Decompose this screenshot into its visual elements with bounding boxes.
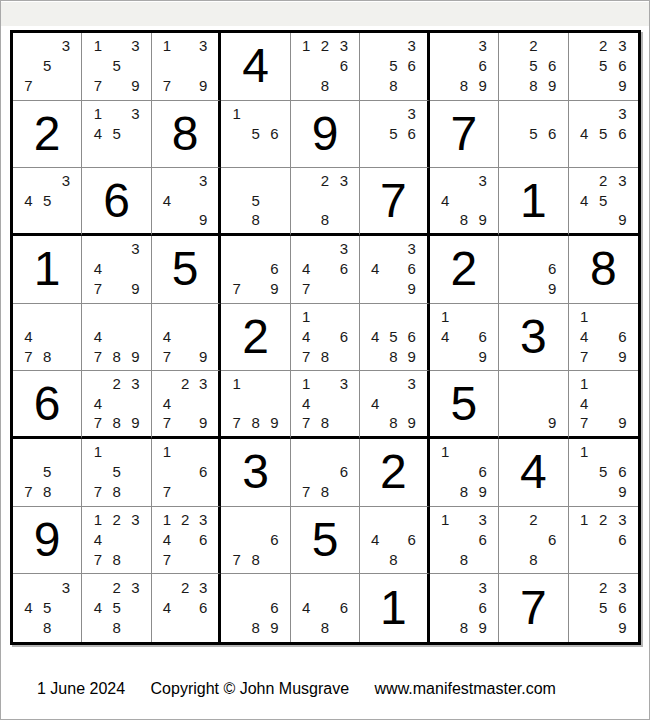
pencil-mark-slot-6: 6 (403, 259, 421, 279)
pencil-mark-slot-2 (176, 36, 194, 56)
pencil-mark-slot-3: 3 (613, 104, 632, 124)
pencil-mark-slot-6: 6 (334, 259, 353, 279)
pencil-mark-slot-8 (594, 143, 613, 163)
pencil-mark-slot-1 (297, 239, 316, 259)
pencil-mark-slot-3 (57, 307, 76, 327)
pencil-mark-slot-5 (454, 327, 473, 347)
pencil-marks: 3469 (360, 236, 426, 303)
cell-digit: 7 (451, 110, 478, 158)
pencil-mark-slot-7 (505, 143, 524, 163)
cell-r4c1: 1 (13, 236, 82, 304)
pencil-mark-slot-9: 9 (265, 618, 284, 638)
pencil-mark-slot-7: 7 (88, 549, 107, 569)
pencil-mark-slot-7 (436, 482, 455, 502)
pencil-mark-slot-4: 4 (158, 191, 176, 210)
pencil-mark-slot-9: 9 (473, 76, 492, 96)
pencil-marks: 9 (499, 371, 567, 436)
pencil-mark-slot-8: 8 (246, 413, 265, 432)
cell-r8c9: 1236 (569, 507, 638, 575)
pencil-mark-slot-1 (88, 239, 107, 259)
pencil-mark-slot-2 (316, 577, 335, 597)
pencil-mark-slot-4 (227, 394, 246, 413)
pencil-marks: 23569 (569, 33, 638, 100)
cell-r8c6: 468 (360, 507, 429, 575)
pencil-mark-slot-7: 7 (158, 346, 176, 366)
cell-r6c9: 1479 (569, 371, 638, 439)
pencil-marks: 356 (360, 101, 426, 168)
pencil-mark-slot-2 (107, 307, 126, 327)
pencil-mark-slot-3 (543, 239, 562, 259)
pencil-mark-slot-5 (454, 191, 473, 210)
pencil-mark-slot-9 (334, 618, 353, 638)
pencil-marks: 1469 (430, 304, 498, 371)
cell-r1c3: 1379 (152, 33, 221, 101)
pencil-marks: 1569 (569, 439, 638, 506)
pencil-marks: 156 (221, 101, 289, 168)
pencil-marks: 14679 (569, 304, 638, 371)
cell-r2c8: 56 (499, 101, 568, 169)
pencil-marks: 1368 (430, 507, 498, 574)
pencil-mark-slot-9: 9 (403, 346, 421, 366)
pencil-mark-slot-6: 6 (473, 56, 492, 76)
cell-r3c4: 58 (221, 168, 290, 236)
pencil-mark-slot-3 (403, 510, 421, 530)
cell-r8c2: 123478 (82, 507, 151, 575)
pencil-mark-slot-8: 8 (316, 618, 335, 638)
pencil-mark-slot-7: 7 (297, 482, 316, 502)
pencil-mark-slot-2 (454, 577, 473, 597)
pencil-mark-slot-4: 4 (366, 394, 384, 413)
cell-r2c1: 2 (13, 101, 82, 169)
pencil-mark-slot-1 (158, 577, 176, 597)
pencil-mark-slot-8: 8 (454, 482, 473, 502)
pencil-mark-slot-6: 6 (334, 327, 353, 347)
cell-r3c9: 23459 (569, 168, 638, 236)
top-margin-band (1, 2, 649, 26)
pencil-mark-slot-8 (176, 346, 194, 366)
pencil-marks: 14678 (291, 304, 359, 371)
pencil-mark-slot-2: 2 (176, 374, 194, 393)
pencil-mark-slot-8: 8 (384, 549, 402, 569)
pencil-mark-slot-9: 9 (126, 346, 145, 366)
pencil-mark-slot-3: 3 (126, 36, 145, 56)
pencil-mark-slot-7 (436, 346, 455, 366)
pencil-mark-slot-9 (194, 549, 212, 569)
pencil-mark-slot-5 (594, 327, 613, 347)
pencil-marks: 1578 (82, 439, 150, 506)
pencil-mark-slot-2 (107, 104, 126, 124)
pencil-mark-slot-4 (297, 191, 316, 210)
pencil-marks: 479 (152, 304, 218, 371)
pencil-marks: 69 (499, 236, 567, 303)
pencil-mark-slot-6 (57, 56, 76, 76)
pencil-mark-slot-4 (366, 124, 384, 144)
pencil-mark-slot-3: 3 (126, 374, 145, 393)
pencil-mark-slot-5 (316, 56, 335, 76)
pencil-mark-slot-8: 8 (246, 618, 265, 638)
pencil-mark-slot-9 (473, 549, 492, 569)
pencil-mark-slot-8: 8 (107, 413, 126, 432)
pencil-mark-slot-5 (316, 259, 335, 279)
pencil-mark-slot-5 (107, 394, 126, 413)
pencil-mark-slot-7 (366, 143, 384, 163)
pencil-mark-slot-3: 3 (473, 171, 492, 190)
pencil-mark-slot-9: 9 (473, 346, 492, 366)
cell-digit: 7 (520, 584, 547, 632)
pencil-mark-slot-1 (436, 36, 455, 56)
pencil-mark-slot-7: 7 (297, 346, 316, 366)
pencil-mark-slot-1 (88, 307, 107, 327)
pencil-mark-slot-4 (227, 598, 246, 618)
pencil-mark-slot-7: 7 (88, 279, 107, 299)
pencil-mark-slot-6: 6 (265, 530, 284, 550)
pencil-mark-slot-5 (384, 394, 402, 413)
cell-r6c5: 13478 (291, 371, 360, 439)
pencil-mark-slot-7 (436, 210, 455, 229)
pencil-mark-slot-8 (384, 143, 402, 163)
pencil-mark-slot-7 (575, 76, 594, 96)
pencil-mark-slot-9: 9 (126, 279, 145, 299)
pencil-mark-slot-2 (246, 171, 265, 190)
pencil-mark-slot-7: 7 (88, 482, 107, 502)
pencil-mark-slot-3 (334, 307, 353, 327)
pencil-mark-slot-3 (543, 36, 562, 56)
pencil-mark-slot-2: 2 (524, 510, 543, 530)
pencil-mark-slot-5: 5 (38, 56, 57, 76)
pencil-mark-slot-9 (613, 549, 632, 569)
pencil-mark-slot-7: 7 (88, 346, 107, 366)
cell-r9c1: 3458 (13, 574, 82, 642)
cell-r1c6: 3568 (360, 33, 429, 101)
pencil-mark-slot-7: 7 (575, 346, 594, 366)
pencil-mark-slot-9 (265, 143, 284, 163)
pencil-mark-slot-2 (594, 374, 613, 393)
cell-r5c4: 2 (221, 304, 290, 372)
pencil-mark-slot-5 (524, 530, 543, 550)
pencil-mark-slot-1 (227, 171, 246, 190)
pencil-mark-slot-6 (126, 124, 145, 144)
pencil-mark-slot-4 (505, 530, 524, 550)
cell-r8c1: 9 (13, 507, 82, 575)
pencil-mark-slot-9: 9 (543, 76, 562, 96)
pencil-mark-slot-9: 9 (403, 413, 421, 432)
pencil-mark-slot-1 (88, 374, 107, 393)
pencil-marks: 1689 (430, 439, 498, 506)
cell-r6c6: 3489 (360, 371, 429, 439)
pencil-mark-slot-8 (594, 618, 613, 638)
pencil-mark-slot-7: 7 (158, 482, 176, 502)
pencil-mark-slot-7 (88, 618, 107, 638)
pencil-mark-slot-1: 1 (227, 374, 246, 393)
cell-digit: 2 (242, 313, 269, 361)
cell-r7c3: 167 (152, 439, 221, 507)
cell-r5c2: 4789 (82, 304, 151, 372)
pencil-mark-slot-5 (246, 394, 265, 413)
pencil-mark-slot-2 (594, 104, 613, 124)
pencil-mark-slot-2: 2 (107, 510, 126, 530)
cell-r4c6: 3469 (360, 236, 429, 304)
pencil-mark-slot-4: 4 (158, 530, 176, 550)
pencil-mark-slot-4 (575, 598, 594, 618)
footer-website: www.manifestmaster.com (375, 680, 556, 697)
pencil-marks: 3689 (430, 33, 498, 100)
pencil-mark-slot-6 (194, 327, 212, 347)
pencil-mark-slot-9 (57, 346, 76, 366)
pencil-mark-slot-9: 9 (126, 413, 145, 432)
pencil-mark-slot-9 (334, 210, 353, 229)
pencil-mark-slot-7 (575, 482, 594, 502)
pencil-marks: 23569 (569, 574, 638, 642)
pencil-mark-slot-3: 3 (194, 36, 212, 56)
pencil-mark-slot-1 (227, 577, 246, 597)
pencil-mark-slot-7: 7 (19, 482, 38, 502)
cell-r8c8: 268 (499, 507, 568, 575)
pencil-mark-slot-5 (176, 462, 194, 482)
pencil-mark-slot-3: 3 (194, 577, 212, 597)
pencil-mark-slot-6 (473, 191, 492, 210)
pencil-mark-slot-9: 9 (194, 210, 212, 229)
cell-r5c6: 45689 (360, 304, 429, 372)
pencil-mark-slot-5 (176, 327, 194, 347)
pencil-mark-slot-1: 1 (158, 36, 176, 56)
cell-r7c7: 1689 (430, 439, 499, 507)
cell-digit: 1 (34, 245, 61, 293)
pencil-mark-slot-4 (88, 462, 107, 482)
pencil-mark-slot-6 (613, 394, 632, 413)
cell-r5c1: 478 (13, 304, 82, 372)
pencil-mark-slot-4: 4 (158, 598, 176, 618)
pencil-mark-slot-5 (454, 462, 473, 482)
pencil-marks: 689 (221, 574, 289, 642)
pencil-mark-slot-8: 8 (524, 76, 543, 96)
pencil-mark-slot-8: 8 (384, 76, 402, 96)
pencil-mark-slot-7 (19, 618, 38, 638)
pencil-mark-slot-2 (38, 577, 57, 597)
pencil-marks: 357 (13, 33, 81, 100)
pencil-marks: 167 (152, 439, 218, 506)
pencil-mark-slot-5 (176, 56, 194, 76)
pencil-mark-slot-4: 4 (366, 259, 384, 279)
pencil-mark-slot-2 (38, 36, 57, 56)
cell-r2c5: 9 (291, 101, 360, 169)
pencil-mark-slot-5 (38, 327, 57, 347)
cell-r9c4: 689 (221, 574, 290, 642)
pencil-mark-slot-3: 3 (613, 171, 632, 190)
cell-r6c3: 23479 (152, 371, 221, 439)
pencil-mark-slot-7 (436, 549, 455, 569)
pencil-mark-slot-1: 1 (575, 510, 594, 530)
pencil-mark-slot-6 (194, 191, 212, 210)
pencil-mark-slot-1 (505, 510, 524, 530)
pencil-mark-slot-6 (57, 598, 76, 618)
pencil-mark-slot-2 (384, 510, 402, 530)
pencil-mark-slot-4 (436, 56, 455, 76)
pencil-marks: 679 (221, 236, 289, 303)
pencil-mark-slot-9: 9 (194, 76, 212, 96)
pencil-mark-slot-6 (613, 191, 632, 210)
pencil-mark-slot-8 (524, 413, 543, 432)
pencil-mark-slot-8 (594, 482, 613, 502)
pencil-mark-slot-4: 4 (575, 327, 594, 347)
pencil-mark-slot-4 (436, 530, 455, 550)
pencil-mark-slot-3: 3 (57, 577, 76, 597)
pencil-mark-slot-4: 4 (88, 394, 107, 413)
pencil-mark-slot-7 (297, 210, 316, 229)
pencil-mark-slot-1 (575, 104, 594, 124)
pencil-mark-slot-3: 3 (334, 374, 353, 393)
cell-r1c8: 25689 (499, 33, 568, 101)
pencil-mark-slot-9 (126, 549, 145, 569)
pencil-mark-slot-8: 8 (107, 482, 126, 502)
pencil-mark-slot-4 (297, 56, 316, 76)
pencil-mark-slot-8 (38, 76, 57, 96)
pencil-mark-slot-1: 1 (88, 36, 107, 56)
pencil-mark-slot-9: 9 (543, 279, 562, 299)
pencil-mark-slot-2 (524, 104, 543, 124)
pencil-mark-slot-1 (575, 577, 594, 597)
pencil-mark-slot-5 (454, 530, 473, 550)
pencil-mark-slot-3: 3 (126, 104, 145, 124)
pencil-mark-slot-6: 6 (473, 327, 492, 347)
pencil-mark-slot-7 (366, 549, 384, 569)
pencil-mark-slot-2 (524, 239, 543, 259)
pencil-mark-slot-2: 2 (594, 577, 613, 597)
pencil-mark-slot-1 (227, 510, 246, 530)
pencil-mark-slot-6: 6 (543, 259, 562, 279)
cell-r2c3: 8 (152, 101, 221, 169)
pencil-mark-slot-7 (366, 413, 384, 432)
pencil-mark-slot-3 (334, 577, 353, 597)
pencil-mark-slot-5 (107, 530, 126, 550)
pencil-mark-slot-5: 5 (107, 124, 126, 144)
pencil-mark-slot-5 (454, 598, 473, 618)
pencil-mark-slot-2 (316, 307, 335, 327)
pencil-mark-slot-1 (366, 239, 384, 259)
sudoku-board: 3571357913794123683568368925689235692134… (10, 30, 641, 645)
pencil-mark-slot-1: 1 (158, 442, 176, 462)
cell-r7c9: 1569 (569, 439, 638, 507)
pencil-mark-slot-4: 4 (297, 259, 316, 279)
pencil-mark-slot-9 (334, 482, 353, 502)
pencil-mark-slot-9: 9 (613, 413, 632, 432)
pencil-mark-slot-5 (524, 394, 543, 413)
cell-r4c5: 3467 (291, 236, 360, 304)
pencil-mark-slot-3: 3 (194, 374, 212, 393)
pencil-mark-slot-7: 7 (297, 413, 316, 432)
pencil-mark-slot-1: 1 (436, 307, 455, 327)
pencil-mark-slot-1: 1 (436, 510, 455, 530)
pencil-marks: 3689 (430, 574, 498, 642)
pencil-mark-slot-9: 9 (473, 618, 492, 638)
pencil-mark-slot-1: 1 (575, 307, 594, 327)
pencil-mark-slot-4 (366, 56, 384, 76)
pencil-mark-slot-3: 3 (126, 239, 145, 259)
pencil-marks: 56 (499, 101, 567, 168)
pencil-mark-slot-2: 2 (594, 510, 613, 530)
pencil-mark-slot-6 (57, 327, 76, 347)
pencil-mark-slot-8 (107, 143, 126, 163)
pencil-mark-slot-7 (297, 76, 316, 96)
footer-copyright: Copyright © John Musgrave (151, 680, 350, 697)
pencil-mark-slot-3 (265, 104, 284, 124)
pencil-mark-slot-8 (38, 210, 57, 229)
pencil-mark-slot-5 (594, 394, 613, 413)
pencil-mark-slot-7: 7 (575, 413, 594, 432)
pencil-mark-slot-8 (594, 549, 613, 569)
cell-digit: 4 (242, 42, 269, 90)
pencil-mark-slot-2 (454, 36, 473, 56)
pencil-mark-slot-5: 5 (38, 191, 57, 210)
pencil-mark-slot-5: 5 (384, 56, 402, 76)
pencil-mark-slot-6: 6 (473, 462, 492, 482)
cell-r2c2: 1345 (82, 101, 151, 169)
pencil-mark-slot-5: 5 (246, 124, 265, 144)
pencil-mark-slot-5 (316, 462, 335, 482)
pencil-mark-slot-4: 4 (436, 191, 455, 210)
pencil-marks: 678 (221, 507, 289, 574)
pencil-mark-slot-4 (227, 259, 246, 279)
pencil-marks: 1236 (569, 507, 638, 574)
cell-digit: 1 (520, 177, 547, 225)
pencil-mark-slot-8: 8 (454, 549, 473, 569)
pencil-mark-slot-1 (19, 307, 38, 327)
pencil-mark-slot-3: 3 (613, 36, 632, 56)
pencil-mark-slot-4 (158, 56, 176, 76)
pencil-mark-slot-3 (613, 374, 632, 393)
cell-r6c8: 9 (499, 371, 568, 439)
pencil-mark-slot-9 (194, 482, 212, 502)
pencil-mark-slot-2 (246, 374, 265, 393)
pencil-mark-slot-7: 7 (158, 549, 176, 569)
pencil-mark-slot-8: 8 (316, 482, 335, 502)
pencil-mark-slot-6: 6 (265, 124, 284, 144)
pencil-mark-slot-6: 6 (613, 56, 632, 76)
pencil-mark-slot-5 (107, 327, 126, 347)
pencil-mark-slot-5 (176, 394, 194, 413)
pencil-mark-slot-6 (126, 327, 145, 347)
pencil-mark-slot-6: 6 (473, 530, 492, 550)
pencil-marks: 1379 (152, 33, 218, 100)
pencil-mark-slot-4: 4 (297, 327, 316, 347)
cell-r6c2: 234789 (82, 371, 151, 439)
pencil-mark-slot-9 (194, 618, 212, 638)
cell-r4c3: 5 (152, 236, 221, 304)
pencil-mark-slot-3 (334, 442, 353, 462)
pencil-mark-slot-3 (613, 442, 632, 462)
pencil-mark-slot-5 (246, 530, 265, 550)
pencil-mark-slot-3: 3 (403, 239, 421, 259)
pencil-mark-slot-7: 7 (227, 413, 246, 432)
pencil-mark-slot-3 (543, 104, 562, 124)
pencil-mark-slot-8 (176, 482, 194, 502)
cell-r7c4: 3 (221, 439, 290, 507)
pencil-mark-slot-3 (473, 442, 492, 462)
pencil-mark-slot-5: 5 (594, 191, 613, 210)
pencil-mark-slot-3 (543, 510, 562, 530)
pencil-mark-slot-1 (436, 577, 455, 597)
pencil-marks: 3489 (360, 371, 426, 436)
pencil-mark-slot-9: 9 (265, 413, 284, 432)
pencil-mark-slot-2 (246, 510, 265, 530)
pencil-mark-slot-1: 1 (88, 442, 107, 462)
pencil-mark-slot-8: 8 (384, 413, 402, 432)
cell-r1c7: 3689 (430, 33, 499, 101)
pencil-mark-slot-2 (454, 171, 473, 190)
pencil-mark-slot-8 (176, 413, 194, 432)
pencil-mark-slot-6: 6 (194, 530, 212, 550)
pencil-mark-slot-6 (126, 598, 145, 618)
pencil-mark-slot-9 (126, 482, 145, 502)
